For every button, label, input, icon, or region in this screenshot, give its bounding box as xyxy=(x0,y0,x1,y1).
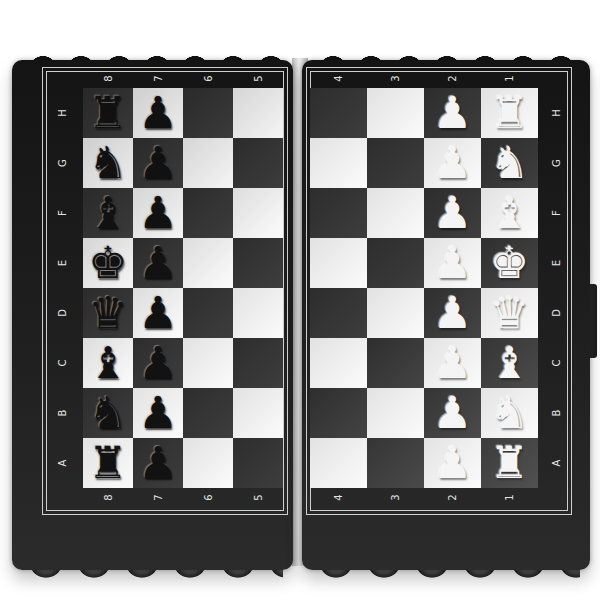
rank-labels-top: 8765 xyxy=(83,71,283,86)
square-h2: ♟ xyxy=(424,88,481,138)
file-label-c: C xyxy=(37,355,87,371)
file-label-c: C xyxy=(531,355,581,371)
square-f6 xyxy=(183,188,233,238)
file-label-h: H xyxy=(531,105,581,121)
square-f1: ♝ xyxy=(481,188,538,238)
file-label-d: D xyxy=(531,305,581,321)
file-label-e: E xyxy=(531,255,581,271)
rank-labels-bottom: 4321 xyxy=(310,490,538,505)
rank-labels-bottom: 8765 xyxy=(83,490,283,505)
square-b8: ♞ xyxy=(83,388,133,438)
black-pawn-f7: ♟ xyxy=(133,188,183,238)
squares-grid: ♟♜♟♞♟♝♟♚♟♛♟♝♟♞♟♜ xyxy=(310,88,538,488)
square-d8: ♛ xyxy=(83,288,133,338)
square-b2: ♟ xyxy=(424,388,481,438)
square-g2: ♟ xyxy=(424,138,481,188)
board-left-half: 8765 HGFEDCBA ♜♟♞♟♝♟♚♟♛♟♝♟♞♟♜♟ 8765 xyxy=(8,46,297,584)
square-c7: ♟ xyxy=(133,338,183,388)
white-knight-b1: ♞ xyxy=(481,388,538,438)
square-h4 xyxy=(310,88,367,138)
rank-label-bottom-7: 7 xyxy=(151,473,166,523)
black-pawn-c7: ♟ xyxy=(133,338,183,388)
square-e8: ♚ xyxy=(83,238,133,288)
square-d7: ♟ xyxy=(133,288,183,338)
square-g6 xyxy=(183,138,233,188)
white-pawn-e2: ♟ xyxy=(424,238,481,288)
black-knight-g8: ♞ xyxy=(83,138,133,188)
square-d5 xyxy=(233,288,283,338)
square-c8: ♝ xyxy=(83,338,133,388)
black-bishop-c8: ♝ xyxy=(83,338,133,388)
square-c2: ♟ xyxy=(424,338,481,388)
file-label-g: G xyxy=(37,155,87,171)
square-b6 xyxy=(183,388,233,438)
square-f5 xyxy=(233,188,283,238)
file-label-b: B xyxy=(37,405,87,421)
square-d4 xyxy=(310,288,367,338)
square-g8: ♞ xyxy=(83,138,133,188)
white-king-e1: ♚ xyxy=(481,238,538,288)
white-knight-g1: ♞ xyxy=(481,138,538,188)
rank-label-bottom-5: 5 xyxy=(251,473,266,523)
square-g1: ♞ xyxy=(481,138,538,188)
square-g4 xyxy=(310,138,367,188)
rank-label-bottom-6: 6 xyxy=(201,473,216,523)
square-e7: ♟ xyxy=(133,238,183,288)
file-labels: HGFEDCBA xyxy=(54,88,70,488)
rank-label-bottom-1: 1 xyxy=(502,469,517,526)
white-pawn-d2: ♟ xyxy=(424,288,481,338)
square-f3 xyxy=(367,188,424,238)
black-pawn-e7: ♟ xyxy=(133,238,183,288)
file-label-a: A xyxy=(531,455,581,471)
square-f8: ♝ xyxy=(83,188,133,238)
file-label-b: B xyxy=(531,405,581,421)
square-b4 xyxy=(310,388,367,438)
black-queen-d8: ♛ xyxy=(83,288,133,338)
rank-label-bottom-2: 2 xyxy=(445,469,460,526)
board-right-half: 4321 ♟♜♟♞♟♝♟♚♟♛♟♝♟♞♟♜ HGFEDCBA 4321 xyxy=(298,46,594,584)
file-label-f: F xyxy=(37,205,87,221)
white-rook-h1: ♜ xyxy=(481,88,538,138)
square-f7: ♟ xyxy=(133,188,183,238)
squares-grid: ♜♟♞♟♝♟♚♟♛♟♝♟♞♟♜♟ xyxy=(83,88,283,488)
square-h1: ♜ xyxy=(481,88,538,138)
file-label-g: G xyxy=(531,155,581,171)
rank-label-bottom-8: 8 xyxy=(101,473,116,523)
square-d6 xyxy=(183,288,233,338)
square-e2: ♟ xyxy=(424,238,481,288)
square-e1: ♚ xyxy=(481,238,538,288)
case-surface: 4321 ♟♜♟♞♟♝♟♚♟♛♟♝♟♞♟♜ HGFEDCBA 4321 xyxy=(302,60,590,570)
square-e6 xyxy=(183,238,233,288)
square-e4 xyxy=(310,238,367,288)
square-c3 xyxy=(367,338,424,388)
square-b1: ♞ xyxy=(481,388,538,438)
square-h8: ♜ xyxy=(83,88,133,138)
black-knight-b8: ♞ xyxy=(83,388,133,438)
rank-label-bottom-3: 3 xyxy=(388,469,403,526)
square-h5 xyxy=(233,88,283,138)
white-queen-d1: ♛ xyxy=(481,288,538,338)
white-pawn-f2: ♟ xyxy=(424,188,481,238)
file-labels: HGFEDCBA xyxy=(548,88,564,488)
case-surface: 8765 HGFEDCBA ♜♟♞♟♝♟♚♟♛♟♝♟♞♟♜♟ 8765 xyxy=(12,60,293,570)
file-label-d: D xyxy=(37,305,87,321)
square-f2: ♟ xyxy=(424,188,481,238)
black-pawn-d7: ♟ xyxy=(133,288,183,338)
black-king-e8: ♚ xyxy=(83,238,133,288)
square-c1: ♝ xyxy=(481,338,538,388)
file-label-a: A xyxy=(37,455,87,471)
black-pawn-b7: ♟ xyxy=(133,388,183,438)
rank-labels-top: 4321 xyxy=(310,71,538,86)
square-g7: ♟ xyxy=(133,138,183,188)
square-c6 xyxy=(183,338,233,388)
square-h6 xyxy=(183,88,233,138)
square-g3 xyxy=(367,138,424,188)
black-pawn-g7: ♟ xyxy=(133,138,183,188)
square-h7: ♟ xyxy=(133,88,183,138)
file-label-h: H xyxy=(37,105,87,121)
square-c5 xyxy=(233,338,283,388)
square-e5 xyxy=(233,238,283,288)
square-b3 xyxy=(367,388,424,438)
black-pawn-h7: ♟ xyxy=(133,88,183,138)
product-photo: 8765 HGFEDCBA ♜♟♞♟♝♟♚♟♛♟♝♟♞♟♜♟ 8765 4321… xyxy=(0,0,600,600)
square-h3 xyxy=(367,88,424,138)
square-g5 xyxy=(233,138,283,188)
black-bishop-f8: ♝ xyxy=(83,188,133,238)
square-b5 xyxy=(233,388,283,438)
file-label-f: F xyxy=(531,205,581,221)
square-d3 xyxy=(367,288,424,338)
white-pawn-b2: ♟ xyxy=(424,388,481,438)
white-bishop-f1: ♝ xyxy=(481,188,538,238)
white-bishop-c1: ♝ xyxy=(481,338,538,388)
square-d2: ♟ xyxy=(424,288,481,338)
rank-label-bottom-4: 4 xyxy=(331,469,346,526)
square-f4 xyxy=(310,188,367,238)
square-b7: ♟ xyxy=(133,388,183,438)
white-pawn-h2: ♟ xyxy=(424,88,481,138)
file-label-e: E xyxy=(37,255,87,271)
black-rook-h8: ♜ xyxy=(83,88,133,138)
square-c4 xyxy=(310,338,367,388)
square-d1: ♛ xyxy=(481,288,538,338)
square-e3 xyxy=(367,238,424,288)
white-pawn-c2: ♟ xyxy=(424,338,481,388)
white-pawn-g2: ♟ xyxy=(424,138,481,188)
